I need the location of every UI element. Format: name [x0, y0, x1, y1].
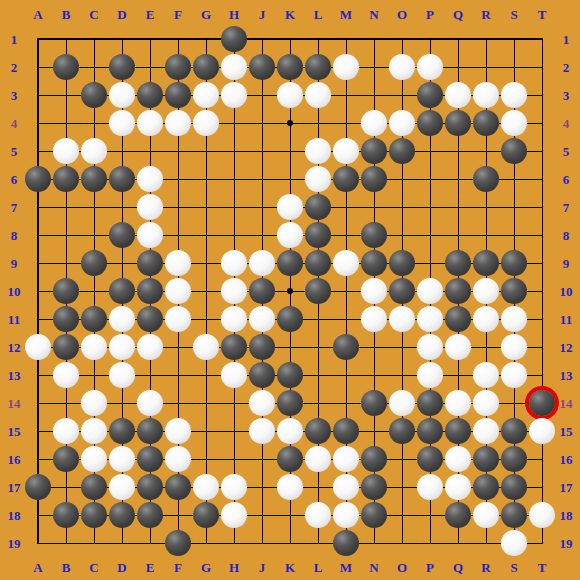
col-label-bottom-F: F	[174, 561, 182, 574]
stone-H17[interactable]	[221, 474, 247, 500]
stone-D12[interactable]	[109, 334, 135, 360]
stone-B18[interactable]	[53, 502, 79, 528]
row-label-left-1: 1	[11, 33, 18, 46]
col-label-bottom-M: M	[340, 561, 352, 574]
stone-H13[interactable]	[221, 362, 247, 388]
stone-N18[interactable]	[361, 502, 387, 528]
stone-L18[interactable]	[305, 502, 331, 528]
stone-B10[interactable]	[53, 278, 79, 304]
stone-O11[interactable]	[389, 306, 415, 332]
stone-S13[interactable]	[501, 362, 527, 388]
stone-M12[interactable]	[333, 334, 359, 360]
stone-P15[interactable]	[417, 418, 443, 444]
stone-S12[interactable]	[501, 334, 527, 360]
stone-C16[interactable]	[81, 446, 107, 472]
stone-M15[interactable]	[333, 418, 359, 444]
stone-P10[interactable]	[417, 278, 443, 304]
stone-F3[interactable]	[165, 82, 191, 108]
col-label-bottom-E: E	[146, 561, 155, 574]
stone-D4[interactable]	[109, 110, 135, 136]
col-label-bottom-N: N	[369, 561, 378, 574]
stone-G2[interactable]	[193, 54, 219, 80]
stone-H9[interactable]	[221, 250, 247, 276]
stone-S3[interactable]	[501, 82, 527, 108]
col-label-top-F: F	[174, 8, 182, 21]
stone-D2[interactable]	[109, 54, 135, 80]
stone-K15[interactable]	[277, 418, 303, 444]
stone-E18[interactable]	[137, 502, 163, 528]
stone-A12[interactable]	[25, 334, 51, 360]
stone-L5[interactable]	[305, 138, 331, 164]
row-label-right-14: 14	[560, 397, 573, 410]
stone-D10[interactable]	[109, 278, 135, 304]
stone-S5[interactable]	[501, 138, 527, 164]
col-label-top-S: S	[510, 8, 517, 21]
stone-E15[interactable]	[137, 418, 163, 444]
stone-L3[interactable]	[305, 82, 331, 108]
row-label-left-8: 8	[11, 229, 18, 242]
stone-Q11[interactable]	[445, 306, 471, 332]
stone-L16[interactable]	[305, 446, 331, 472]
row-label-left-19: 19	[8, 537, 21, 550]
stone-E14[interactable]	[137, 390, 163, 416]
row-label-left-5: 5	[11, 145, 18, 158]
row-label-left-15: 15	[8, 425, 21, 438]
row-label-left-13: 13	[8, 369, 21, 382]
row-label-left-3: 3	[11, 89, 18, 102]
stone-Q12[interactable]	[445, 334, 471, 360]
stone-M16[interactable]	[333, 446, 359, 472]
stone-F17[interactable]	[165, 474, 191, 500]
stone-N9[interactable]	[361, 250, 387, 276]
stone-O15[interactable]	[389, 418, 415, 444]
stone-C15[interactable]	[81, 418, 107, 444]
stone-O14[interactable]	[389, 390, 415, 416]
stone-J14[interactable]	[249, 390, 275, 416]
stone-G17[interactable]	[193, 474, 219, 500]
row-label-right-16: 16	[560, 453, 573, 466]
stone-S18[interactable]	[501, 502, 527, 528]
row-label-left-4: 4	[11, 117, 18, 130]
go-board[interactable]: AABBCCDDEEFFGGHHJJKKLLMMNNOOPPQQRRSSTT11…	[0, 0, 580, 580]
stone-C5[interactable]	[81, 138, 107, 164]
row-label-right-13: 13	[560, 369, 573, 382]
stone-H18[interactable]	[221, 502, 247, 528]
stone-E9[interactable]	[137, 250, 163, 276]
stone-E12[interactable]	[137, 334, 163, 360]
stone-K8[interactable]	[277, 222, 303, 248]
stone-M19[interactable]	[333, 530, 359, 556]
stone-B12[interactable]	[53, 334, 79, 360]
stone-K9[interactable]	[277, 250, 303, 276]
col-label-bottom-D: D	[117, 561, 126, 574]
stone-R17[interactable]	[473, 474, 499, 500]
stone-N16[interactable]	[361, 446, 387, 472]
stone-K3[interactable]	[277, 82, 303, 108]
stone-F15[interactable]	[165, 418, 191, 444]
stone-C18[interactable]	[81, 502, 107, 528]
stone-S16[interactable]	[501, 446, 527, 472]
stone-E10[interactable]	[137, 278, 163, 304]
stone-C11[interactable]	[81, 306, 107, 332]
col-label-top-D: D	[117, 8, 126, 21]
row-label-left-12: 12	[8, 341, 21, 354]
stone-D16[interactable]	[109, 446, 135, 472]
stone-D13[interactable]	[109, 362, 135, 388]
stone-O2[interactable]	[389, 54, 415, 80]
stone-J12[interactable]	[249, 334, 275, 360]
row-label-right-19: 19	[560, 537, 573, 550]
col-label-top-Q: Q	[453, 8, 463, 21]
stone-F4[interactable]	[165, 110, 191, 136]
stone-D17[interactable]	[109, 474, 135, 500]
stone-O9[interactable]	[389, 250, 415, 276]
stone-D6[interactable]	[109, 166, 135, 192]
row-label-right-3: 3	[563, 89, 570, 102]
row-label-left-7: 7	[11, 201, 18, 214]
stone-C3[interactable]	[81, 82, 107, 108]
stone-E6[interactable]	[137, 166, 163, 192]
stone-E7[interactable]	[137, 194, 163, 220]
stone-N5[interactable]	[361, 138, 387, 164]
stone-F9[interactable]	[165, 250, 191, 276]
row-label-left-2: 2	[11, 61, 18, 74]
stone-R9[interactable]	[473, 250, 499, 276]
stone-J10[interactable]	[249, 278, 275, 304]
row-label-right-18: 18	[560, 509, 573, 522]
stone-O4[interactable]	[389, 110, 415, 136]
stone-N8[interactable]	[361, 222, 387, 248]
stone-G4[interactable]	[193, 110, 219, 136]
stone-R6[interactable]	[473, 166, 499, 192]
stone-R14[interactable]	[473, 390, 499, 416]
stone-R15[interactable]	[473, 418, 499, 444]
stone-N10[interactable]	[361, 278, 387, 304]
col-label-bottom-B: B	[62, 561, 71, 574]
stone-S17[interactable]	[501, 474, 527, 500]
col-label-bottom-G: G	[201, 561, 211, 574]
star-point-K4	[287, 120, 293, 126]
stone-G18[interactable]	[193, 502, 219, 528]
stone-S10[interactable]	[501, 278, 527, 304]
stone-Q3[interactable]	[445, 82, 471, 108]
stone-R10[interactable]	[473, 278, 499, 304]
stone-C12[interactable]	[81, 334, 107, 360]
stone-P12[interactable]	[417, 334, 443, 360]
col-label-bottom-A: A	[33, 561, 42, 574]
col-label-top-C: C	[89, 8, 98, 21]
row-label-right-7: 7	[563, 201, 570, 214]
stone-N11[interactable]	[361, 306, 387, 332]
col-label-top-P: P	[426, 8, 434, 21]
stone-M9[interactable]	[333, 250, 359, 276]
stone-D8[interactable]	[109, 222, 135, 248]
col-label-top-H: H	[229, 8, 239, 21]
stone-R11[interactable]	[473, 306, 499, 332]
stone-E8[interactable]	[137, 222, 163, 248]
stone-E16[interactable]	[137, 446, 163, 472]
stone-J15[interactable]	[249, 418, 275, 444]
stone-J9[interactable]	[249, 250, 275, 276]
stone-B15[interactable]	[53, 418, 79, 444]
stone-H1[interactable]	[221, 26, 247, 52]
stone-L10[interactable]	[305, 278, 331, 304]
row-label-right-17: 17	[560, 481, 573, 494]
stone-L8[interactable]	[305, 222, 331, 248]
col-label-top-J: J	[259, 8, 266, 21]
stone-T14-last-move-marker[interactable]	[529, 390, 555, 416]
row-label-left-6: 6	[11, 173, 18, 186]
stone-R3[interactable]	[473, 82, 499, 108]
stone-N6[interactable]	[361, 166, 387, 192]
stone-F16[interactable]	[165, 446, 191, 472]
stone-M6[interactable]	[333, 166, 359, 192]
stone-O10[interactable]	[389, 278, 415, 304]
star-point-K10	[287, 288, 293, 294]
col-label-top-R: R	[481, 8, 490, 21]
stone-N17[interactable]	[361, 474, 387, 500]
row-label-left-16: 16	[8, 453, 21, 466]
stone-T15[interactable]	[529, 418, 555, 444]
stone-Q4[interactable]	[445, 110, 471, 136]
stone-B6[interactable]	[53, 166, 79, 192]
stone-S11[interactable]	[501, 306, 527, 332]
stone-F10[interactable]	[165, 278, 191, 304]
stone-L2[interactable]	[305, 54, 331, 80]
col-label-top-E: E	[146, 8, 155, 21]
stone-A17[interactable]	[25, 474, 51, 500]
col-label-bottom-H: H	[229, 561, 239, 574]
stone-L9[interactable]	[305, 250, 331, 276]
stone-Q14[interactable]	[445, 390, 471, 416]
col-label-bottom-S: S	[510, 561, 517, 574]
stone-C9[interactable]	[81, 250, 107, 276]
stone-R4[interactable]	[473, 110, 499, 136]
stone-P13[interactable]	[417, 362, 443, 388]
stone-C6[interactable]	[81, 166, 107, 192]
stone-K17[interactable]	[277, 474, 303, 500]
col-label-bottom-C: C	[89, 561, 98, 574]
stone-Q18[interactable]	[445, 502, 471, 528]
stone-H3[interactable]	[221, 82, 247, 108]
col-label-top-B: B	[62, 8, 71, 21]
stone-A6[interactable]	[25, 166, 51, 192]
row-label-left-9: 9	[11, 257, 18, 270]
stone-B11[interactable]	[53, 306, 79, 332]
row-label-left-10: 10	[8, 285, 21, 298]
row-label-right-5: 5	[563, 145, 570, 158]
row-label-right-2: 2	[563, 61, 570, 74]
stone-R13[interactable]	[473, 362, 499, 388]
stone-L15[interactable]	[305, 418, 331, 444]
stone-E4[interactable]	[137, 110, 163, 136]
stone-Q16[interactable]	[445, 446, 471, 472]
stone-D11[interactable]	[109, 306, 135, 332]
stone-K13[interactable]	[277, 362, 303, 388]
row-label-right-8: 8	[563, 229, 570, 242]
stone-H10[interactable]	[221, 278, 247, 304]
stone-M5[interactable]	[333, 138, 359, 164]
stone-M18[interactable]	[333, 502, 359, 528]
col-label-bottom-L: L	[314, 561, 323, 574]
col-label-bottom-Q: Q	[453, 561, 463, 574]
stone-Q10[interactable]	[445, 278, 471, 304]
stone-G12[interactable]	[193, 334, 219, 360]
row-label-right-11: 11	[560, 313, 572, 326]
row-label-right-4: 4	[563, 117, 570, 130]
col-label-bottom-K: K	[285, 561, 295, 574]
row-label-right-6: 6	[563, 173, 570, 186]
stone-F2[interactable]	[165, 54, 191, 80]
stone-L6[interactable]	[305, 166, 331, 192]
stone-S9[interactable]	[501, 250, 527, 276]
stone-K11[interactable]	[277, 306, 303, 332]
col-label-top-O: O	[397, 8, 407, 21]
stone-F19[interactable]	[165, 530, 191, 556]
col-label-top-L: L	[314, 8, 323, 21]
stone-Q9[interactable]	[445, 250, 471, 276]
stone-H11[interactable]	[221, 306, 247, 332]
row-label-right-1: 1	[563, 33, 570, 46]
row-label-left-11: 11	[8, 313, 20, 326]
stone-E11[interactable]	[137, 306, 163, 332]
row-label-left-18: 18	[8, 509, 21, 522]
col-label-bottom-P: P	[426, 561, 434, 574]
stone-B5[interactable]	[53, 138, 79, 164]
row-label-right-12: 12	[560, 341, 573, 354]
stone-K14[interactable]	[277, 390, 303, 416]
row-label-right-9: 9	[563, 257, 570, 270]
col-label-top-N: N	[369, 8, 378, 21]
stone-P17[interactable]	[417, 474, 443, 500]
stone-P3[interactable]	[417, 82, 443, 108]
col-label-bottom-O: O	[397, 561, 407, 574]
stone-D15[interactable]	[109, 418, 135, 444]
stone-C14[interactable]	[81, 390, 107, 416]
stone-S19[interactable]	[501, 530, 527, 556]
stone-D18[interactable]	[109, 502, 135, 528]
col-label-bottom-T: T	[538, 561, 547, 574]
stone-M17[interactable]	[333, 474, 359, 500]
col-label-top-G: G	[201, 8, 211, 21]
stone-K16[interactable]	[277, 446, 303, 472]
stone-P2[interactable]	[417, 54, 443, 80]
stone-N14[interactable]	[361, 390, 387, 416]
stone-H12[interactable]	[221, 334, 247, 360]
stone-B16[interactable]	[53, 446, 79, 472]
stone-D3[interactable]	[109, 82, 135, 108]
row-label-right-15: 15	[560, 425, 573, 438]
stone-P14[interactable]	[417, 390, 443, 416]
stone-N4[interactable]	[361, 110, 387, 136]
row-label-left-14: 14	[8, 397, 21, 410]
col-label-bottom-R: R	[481, 561, 490, 574]
col-label-bottom-J: J	[259, 561, 266, 574]
row-label-left-17: 17	[8, 481, 21, 494]
stone-B13[interactable]	[53, 362, 79, 388]
col-label-top-M: M	[340, 8, 352, 21]
stone-M2[interactable]	[333, 54, 359, 80]
stone-K2[interactable]	[277, 54, 303, 80]
stone-K7[interactable]	[277, 194, 303, 220]
stone-G3[interactable]	[193, 82, 219, 108]
stone-Q15[interactable]	[445, 418, 471, 444]
stone-C17[interactable]	[81, 474, 107, 500]
stone-Q17[interactable]	[445, 474, 471, 500]
stone-J13[interactable]	[249, 362, 275, 388]
stone-E3[interactable]	[137, 82, 163, 108]
col-label-top-T: T	[538, 8, 547, 21]
stone-S4[interactable]	[501, 110, 527, 136]
stone-J11[interactable]	[249, 306, 275, 332]
row-label-right-10: 10	[560, 285, 573, 298]
stone-P16[interactable]	[417, 446, 443, 472]
stone-E17[interactable]	[137, 474, 163, 500]
stone-B2[interactable]	[53, 54, 79, 80]
stone-T18[interactable]	[529, 502, 555, 528]
stone-P11[interactable]	[417, 306, 443, 332]
col-label-top-A: A	[33, 8, 42, 21]
stone-J2[interactable]	[249, 54, 275, 80]
stone-H2[interactable]	[221, 54, 247, 80]
stone-L7[interactable]	[305, 194, 331, 220]
col-label-top-K: K	[285, 8, 295, 21]
stone-F11[interactable]	[165, 306, 191, 332]
stone-S15[interactable]	[501, 418, 527, 444]
stone-P4[interactable]	[417, 110, 443, 136]
stone-R16[interactable]	[473, 446, 499, 472]
stone-O5[interactable]	[389, 138, 415, 164]
stone-R18[interactable]	[473, 502, 499, 528]
